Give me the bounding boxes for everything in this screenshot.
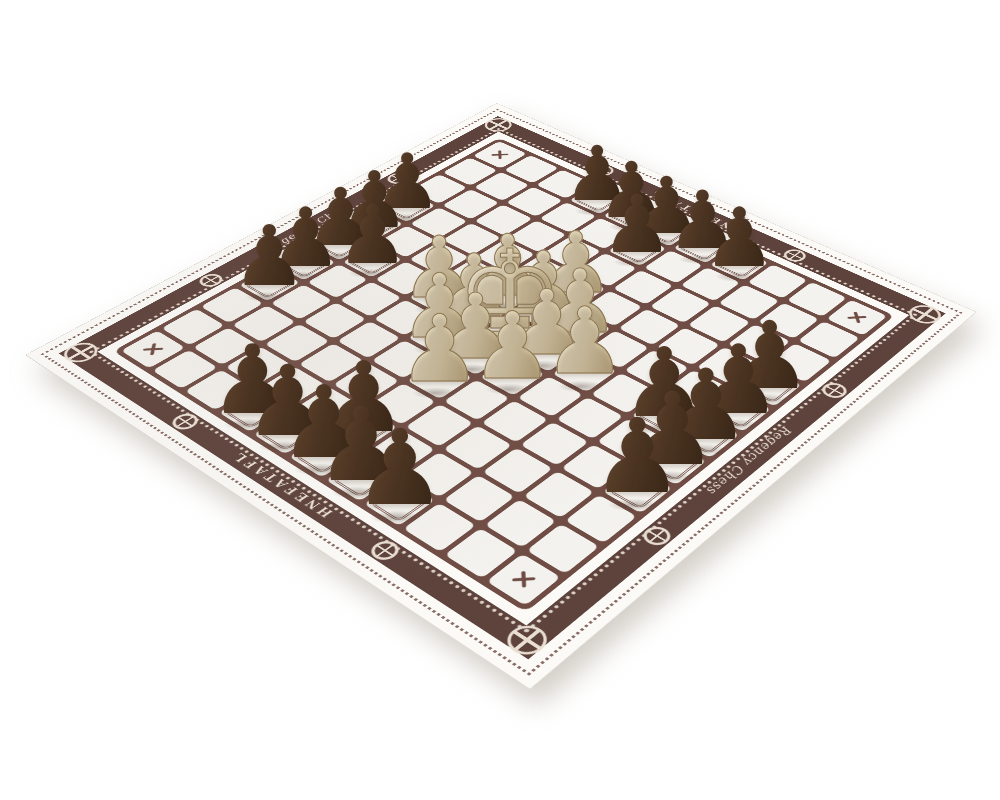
hnefatafl-product-photo: HNEFATAFL Regency Chess HNEFATAFL Regenc…	[0, 0, 1000, 800]
piece-glyph: ♟	[336, 194, 409, 275]
attacker-piece[interactable]: ♟	[353, 417, 447, 521]
piece-glyph: ♟	[353, 417, 447, 521]
defender-piece[interactable]: ♟	[544, 297, 627, 389]
piece-glyph: ♟	[703, 197, 776, 279]
piece-glyph: ♟	[398, 303, 481, 396]
attacker-piece[interactable]: ♟	[232, 215, 307, 299]
piece-glyph: ♟	[591, 405, 684, 508]
attacker-piece[interactable]: ♟	[703, 197, 776, 279]
defender-piece[interactable]: ♟	[398, 303, 481, 396]
pieces-layer: ♟♟♟♟♟♟♟♟♟♟♟♟♟♟♟♟♟♟♚♟♟♟♟♟♟♟♟♟♟♟♟♟♟♟♟♟♟	[0, 0, 1000, 800]
piece-glyph: ♟	[232, 215, 307, 299]
attacker-piece[interactable]: ♟	[591, 405, 684, 508]
attacker-piece[interactable]: ♟	[336, 194, 409, 275]
defender-piece[interactable]: ♟	[471, 300, 554, 392]
piece-glyph: ♟	[471, 300, 554, 392]
piece-glyph: ♟	[544, 297, 627, 389]
